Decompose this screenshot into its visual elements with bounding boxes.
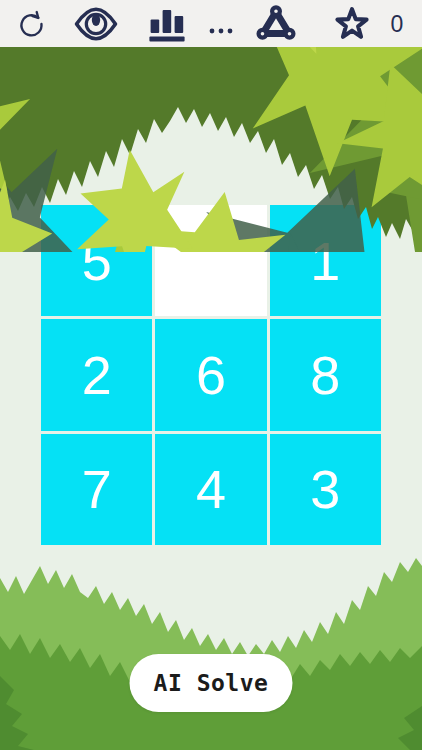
view-button[interactable] [74,2,118,46]
more-button[interactable] [199,2,243,46]
stats-button[interactable] [145,2,189,46]
share-nodes-icon [255,4,297,44]
tile-8[interactable]: 8 [270,319,381,430]
favorite-button[interactable] [330,2,374,46]
ellipsis-icon [208,2,234,46]
tile-3[interactable]: 3 [270,434,381,545]
restart-button[interactable] [9,2,53,46]
toolbar: 0 [0,0,422,47]
ai-solve-button[interactable]: AI Solve [130,654,293,712]
tile-5[interactable]: 5 [41,205,152,316]
puzzle-board: 51268743 [41,205,381,545]
move-counter: 0 [384,13,410,36]
tile-1[interactable]: 1 [270,205,381,316]
eye-icon [74,5,118,43]
share-button[interactable] [254,2,298,46]
ai-solve-label: AI Solve [154,670,269,696]
tile-7[interactable]: 7 [41,434,152,545]
empty-cell [155,205,266,316]
refresh-icon [16,8,47,40]
star-icon [332,4,372,44]
tile-4[interactable]: 4 [155,434,266,545]
bar-chart-icon [148,4,186,44]
app-screen: 0 [0,0,422,750]
tile-2[interactable]: 2 [41,319,152,430]
tile-6[interactable]: 6 [155,319,266,430]
